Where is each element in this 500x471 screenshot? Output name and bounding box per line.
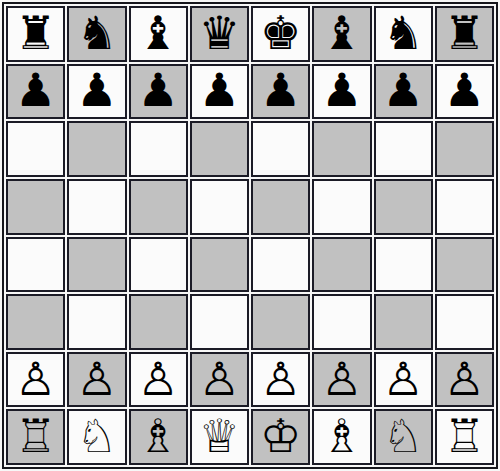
square-a2[interactable]: ♙ [6, 352, 65, 408]
square-e4[interactable] [251, 237, 310, 293]
piece-black-bishop: ♝ [321, 10, 362, 56]
square-d7[interactable]: ♟ [190, 64, 249, 120]
square-h7[interactable]: ♟ [435, 64, 494, 120]
square-c6[interactable] [129, 121, 188, 177]
square-a3[interactable] [6, 294, 65, 350]
square-a5[interactable] [6, 179, 65, 235]
square-e8[interactable]: ♚ [251, 6, 310, 62]
square-d5[interactable] [190, 179, 249, 235]
piece-white-pawn: ♙ [383, 356, 424, 402]
square-f1[interactable]: ♗ [312, 409, 371, 465]
square-g1[interactable]: ♘ [374, 409, 433, 465]
square-d3[interactable] [190, 294, 249, 350]
square-c3[interactable] [129, 294, 188, 350]
square-f4[interactable] [312, 237, 371, 293]
square-b2[interactable]: ♙ [67, 352, 126, 408]
square-e2[interactable]: ♙ [251, 352, 310, 408]
square-a7[interactable]: ♟ [6, 64, 65, 120]
square-g8[interactable]: ♞ [374, 6, 433, 62]
piece-white-pawn: ♙ [76, 356, 117, 402]
square-c7[interactable]: ♟ [129, 64, 188, 120]
square-g5[interactable] [374, 179, 433, 235]
square-a4[interactable] [6, 237, 65, 293]
piece-white-rook: ♖ [444, 413, 485, 459]
square-f5[interactable] [312, 179, 371, 235]
piece-black-pawn: ♟ [444, 67, 485, 113]
square-c1[interactable]: ♗ [129, 409, 188, 465]
square-h1[interactable]: ♖ [435, 409, 494, 465]
piece-white-pawn: ♙ [444, 356, 485, 402]
square-b7[interactable]: ♟ [67, 64, 126, 120]
square-b5[interactable] [67, 179, 126, 235]
piece-white-queen: ♕ [199, 413, 240, 459]
piece-white-pawn: ♙ [15, 356, 56, 402]
square-c5[interactable] [129, 179, 188, 235]
square-d4[interactable] [190, 237, 249, 293]
piece-white-pawn: ♙ [138, 356, 179, 402]
square-e5[interactable] [251, 179, 310, 235]
square-h4[interactable] [435, 237, 494, 293]
piece-black-knight: ♞ [76, 10, 117, 56]
square-f6[interactable] [312, 121, 371, 177]
square-e6[interactable] [251, 121, 310, 177]
square-c8[interactable]: ♝ [129, 6, 188, 62]
square-g4[interactable] [374, 237, 433, 293]
piece-white-knight: ♘ [383, 413, 424, 459]
chess-app-window: ♜♞♝♛♚♝♞♜♟♟♟♟♟♟♟♟♙♙♙♙♙♙♙♙♖♘♗♕♔♗♘♖ [0, 0, 500, 471]
piece-black-pawn: ♟ [321, 67, 362, 113]
square-f7[interactable]: ♟ [312, 64, 371, 120]
square-d1[interactable]: ♕ [190, 409, 249, 465]
piece-white-bishop: ♗ [138, 413, 179, 459]
square-g2[interactable]: ♙ [374, 352, 433, 408]
piece-black-pawn: ♟ [383, 67, 424, 113]
square-b6[interactable] [67, 121, 126, 177]
piece-black-knight: ♞ [383, 10, 424, 56]
piece-white-pawn: ♙ [260, 356, 301, 402]
piece-black-rook: ♜ [444, 10, 485, 56]
piece-black-king: ♚ [260, 10, 301, 56]
square-f3[interactable] [312, 294, 371, 350]
piece-white-knight: ♘ [76, 413, 117, 459]
square-f2[interactable]: ♙ [312, 352, 371, 408]
square-b1[interactable]: ♘ [67, 409, 126, 465]
piece-black-pawn: ♟ [199, 67, 240, 113]
piece-black-pawn: ♟ [15, 67, 56, 113]
square-b4[interactable] [67, 237, 126, 293]
square-b3[interactable] [67, 294, 126, 350]
piece-black-pawn: ♟ [260, 67, 301, 113]
piece-black-queen: ♛ [199, 10, 240, 56]
chess-board: ♜♞♝♛♚♝♞♜♟♟♟♟♟♟♟♟♙♙♙♙♙♙♙♙♖♘♗♕♔♗♘♖ [2, 2, 498, 469]
piece-white-pawn: ♙ [199, 356, 240, 402]
piece-black-pawn: ♟ [138, 67, 179, 113]
square-a8[interactable]: ♜ [6, 6, 65, 62]
piece-white-pawn: ♙ [321, 356, 362, 402]
square-h6[interactable] [435, 121, 494, 177]
square-g7[interactable]: ♟ [374, 64, 433, 120]
square-b8[interactable]: ♞ [67, 6, 126, 62]
piece-black-pawn: ♟ [76, 67, 117, 113]
piece-white-rook: ♖ [15, 413, 56, 459]
square-d8[interactable]: ♛ [190, 6, 249, 62]
square-h2[interactable]: ♙ [435, 352, 494, 408]
square-c2[interactable]: ♙ [129, 352, 188, 408]
square-e1[interactable]: ♔ [251, 409, 310, 465]
square-e7[interactable]: ♟ [251, 64, 310, 120]
square-g3[interactable] [374, 294, 433, 350]
square-h3[interactable] [435, 294, 494, 350]
square-a6[interactable] [6, 121, 65, 177]
square-a1[interactable]: ♖ [6, 409, 65, 465]
square-c4[interactable] [129, 237, 188, 293]
piece-white-king: ♔ [260, 413, 301, 459]
square-e3[interactable] [251, 294, 310, 350]
square-d2[interactable]: ♙ [190, 352, 249, 408]
square-h5[interactable] [435, 179, 494, 235]
piece-black-bishop: ♝ [138, 10, 179, 56]
piece-white-bishop: ♗ [321, 413, 362, 459]
square-f8[interactable]: ♝ [312, 6, 371, 62]
square-h8[interactable]: ♜ [435, 6, 494, 62]
square-d6[interactable] [190, 121, 249, 177]
square-g6[interactable] [374, 121, 433, 177]
piece-black-rook: ♜ [15, 10, 56, 56]
